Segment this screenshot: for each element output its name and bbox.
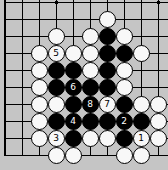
stone-black [65,96,82,113]
stone-white [99,130,116,147]
stone-white [133,45,150,62]
hoshi-point [157,1,160,4]
stone-black [48,62,65,79]
stone-white [82,62,99,79]
stone-white [31,96,48,113]
stone-black [82,113,99,130]
stone-black [99,28,116,45]
stone-white [65,147,82,164]
hoshi-point [55,1,58,4]
stone-white [99,11,116,28]
stone-black-6: 6 [65,79,82,96]
stone-white-7: 7 [99,96,116,113]
stone-black [133,113,150,130]
stone-black [48,113,65,130]
stone-white [116,62,133,79]
stone-black [116,96,133,113]
horizontal-grid-line [4,2,168,3]
stone-white [31,130,48,147]
stone-white [116,147,133,164]
stone-black [48,79,65,96]
stone-black-2: 2 [116,113,133,130]
stone-black [116,130,133,147]
stone-white [48,28,65,45]
stone-white [31,113,48,130]
stone-white-1: 1 [133,130,150,147]
stone-white [133,147,150,164]
stone-white [82,130,99,147]
stone-white [116,28,133,45]
stone-white [116,79,133,96]
stone-white [133,96,150,113]
vertical-grid-line [22,0,23,156]
horizontal-grid-line [4,19,168,20]
stone-black [99,62,116,79]
stone-white [31,79,48,96]
go-diagram: 56874231 [0,0,168,170]
stone-white [82,28,99,45]
stone-black [116,45,133,62]
stone-white [31,45,48,62]
board-left-edge-line [4,0,6,156]
stone-white [82,45,99,62]
stone-black-4: 4 [65,113,82,130]
stone-white [150,113,167,130]
stone-white [48,147,65,164]
stone-white-3: 3 [48,130,65,147]
stone-black [65,130,82,147]
stone-white [150,130,167,147]
stone-white [48,96,65,113]
stone-white [31,62,48,79]
go-board: 56874231 [0,0,168,170]
stone-black [99,113,116,130]
stone-white [65,45,82,62]
stone-black-8: 8 [82,96,99,113]
stone-white [150,96,167,113]
stone-black [99,45,116,62]
stone-white-5: 5 [48,45,65,62]
stone-black [65,62,82,79]
stone-black [99,79,116,96]
stone-black [82,79,99,96]
